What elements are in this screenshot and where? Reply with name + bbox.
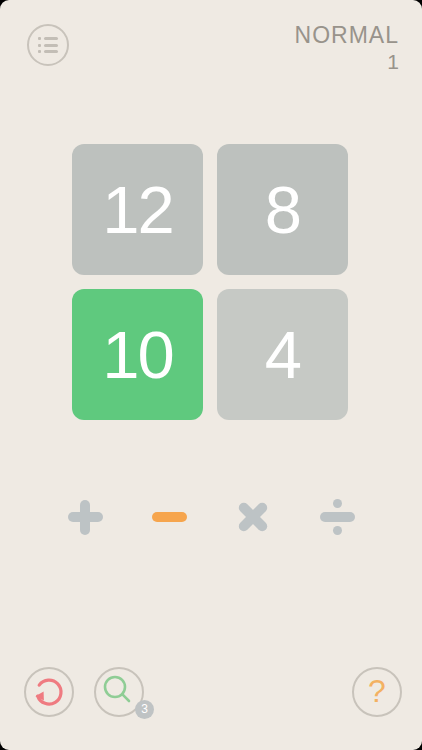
multiply-operator-button[interactable]	[235, 499, 271, 535]
magnifier-icon	[102, 675, 136, 709]
tile-12[interactable]: 12	[72, 144, 203, 275]
help-button[interactable]: ?	[352, 667, 402, 717]
restart-button[interactable]	[24, 667, 74, 717]
question-icon: ?	[368, 675, 386, 707]
list-icon	[38, 37, 58, 53]
operator-row	[0, 499, 422, 535]
hint-count-badge: 3	[135, 700, 154, 719]
header-info: NORMAL 1	[295, 24, 399, 72]
tile-8[interactable]: 8	[217, 144, 348, 275]
hint-button[interactable]: 3	[94, 667, 144, 717]
number-board: 12 8 10 4	[72, 144, 348, 420]
minus-operator-button[interactable]	[151, 499, 187, 535]
tile-4[interactable]: 4	[217, 289, 348, 420]
tile-10[interactable]: 10	[72, 289, 203, 420]
plus-operator-button[interactable]	[67, 499, 103, 535]
level-number: 1	[295, 51, 399, 72]
restart-icon	[33, 676, 65, 708]
mode-label: NORMAL	[295, 24, 399, 47]
menu-button[interactable]	[27, 24, 69, 66]
divide-operator-button[interactable]	[319, 499, 355, 535]
app-screen: NORMAL 1 12 8 10 4	[0, 0, 422, 750]
